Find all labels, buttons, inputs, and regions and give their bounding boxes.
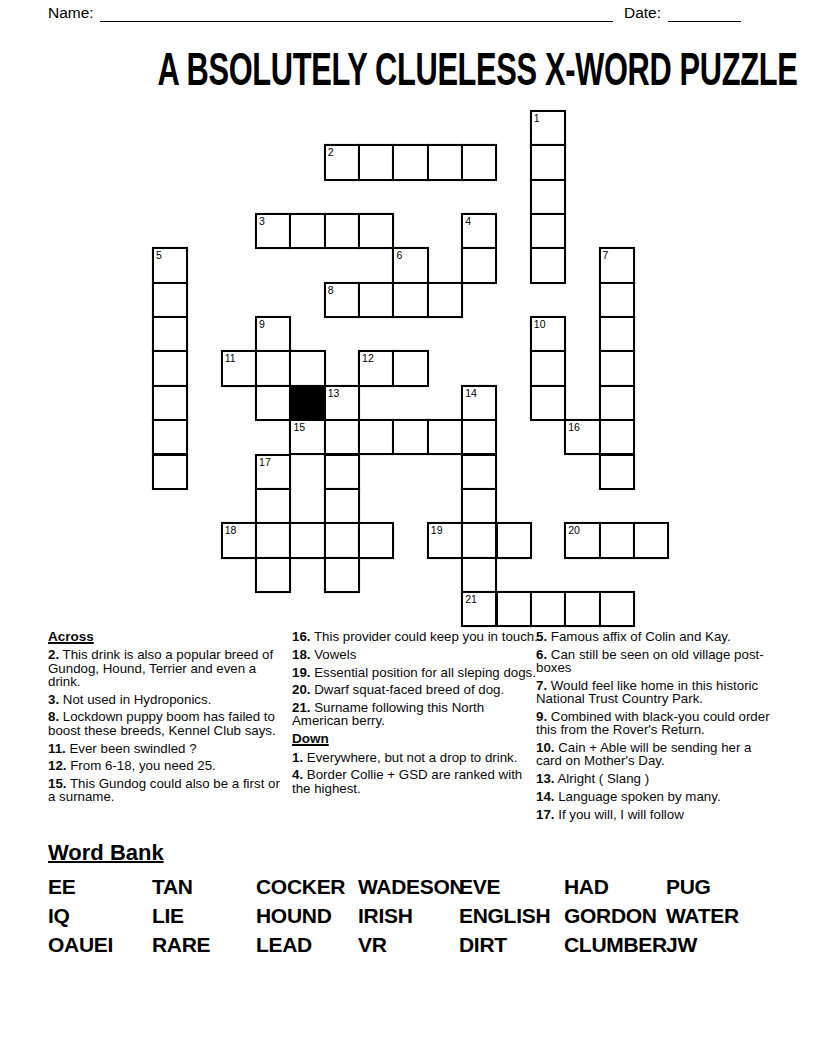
- date-blank-line[interactable]: [668, 4, 741, 22]
- cell-number-5: 5: [156, 249, 162, 261]
- grid-cell-r7c11[interactable]: [530, 350, 566, 386]
- word-bank-word-clumber: CLUMBER: [564, 931, 666, 959]
- clue-down-14: 14. Language spoken by many.: [536, 790, 780, 803]
- name-blank-line[interactable]: [100, 4, 613, 22]
- grid-cell-r3c11[interactable]: [530, 213, 566, 249]
- grid-cell-r3c6[interactable]: [358, 213, 394, 249]
- word-bank-word-iq: IQ: [48, 902, 152, 930]
- worksheet-page: Name: Date: A BSOLUTELY CLUELESS X-WORD …: [0, 0, 816, 1056]
- word-bank-word-lie: LIE: [152, 902, 256, 930]
- clue-across-16: 16. This provider could keep you in touc…: [292, 630, 538, 643]
- clue-number: 2.: [48, 647, 59, 662]
- grid-cell-r2c11[interactable]: [530, 179, 566, 215]
- grid-cell-r7c7[interactable]: [392, 350, 428, 386]
- grid-cell-r9c0[interactable]: [152, 419, 188, 455]
- grid-cell-r6c3[interactable]: 9: [255, 316, 291, 352]
- grid-cell-r12c12[interactable]: 20: [564, 522, 600, 558]
- word-bank-word-ee: EE: [48, 873, 152, 901]
- cell-number-14: 14: [465, 387, 477, 399]
- grid-cell-r7c4[interactable]: [289, 350, 325, 386]
- clue-across-15: 15. This Gundog could also be a first or…: [48, 777, 284, 804]
- word-bank-word-pug: PUG: [666, 873, 768, 901]
- grid-cell-r12c14[interactable]: [633, 522, 669, 558]
- grid-cell-r7c0[interactable]: [152, 350, 188, 386]
- grid-cell-r9c9[interactable]: [461, 419, 497, 455]
- clue-down-13: 13. Alright ( Slang ): [536, 772, 780, 785]
- clue-number: 1.: [292, 750, 303, 765]
- word-bank-word-wadeson: WADESON: [358, 873, 459, 901]
- clue-across-19: 19. Essential position for all sleping d…: [292, 666, 538, 679]
- grid-cell-r7c3[interactable]: [255, 350, 291, 386]
- word-bank-word-tan: TAN: [152, 873, 256, 901]
- grid-cell-r9c13[interactable]: [599, 419, 635, 455]
- clue-down-7: 7. Would feel like home in this historic…: [536, 679, 780, 706]
- grid-cell-r14c11[interactable]: [530, 591, 566, 627]
- word-bank-word-gordon: GORDON: [564, 902, 666, 930]
- clue-number: 14.: [536, 789, 555, 804]
- clue-down-5: 5. Famous affix of Colin and Kay.: [536, 630, 780, 643]
- grid-cell-r1c11[interactable]: [530, 144, 566, 180]
- grid-cell-r9c7[interactable]: [392, 419, 428, 455]
- cell-number-18: 18: [225, 524, 237, 536]
- grid-cell-r10c5[interactable]: [324, 454, 360, 490]
- clue-number: 4.: [292, 767, 303, 782]
- word-bank-word-english: ENGLISH: [459, 902, 564, 930]
- clue-number: 10.: [536, 740, 555, 755]
- grid-cell-r11c5[interactable]: [324, 488, 360, 524]
- clue-across-18: 18. Vowels: [292, 648, 538, 661]
- word-bank-word-cocker: COCKER: [256, 873, 358, 901]
- cell-number-11: 11: [225, 352, 236, 364]
- across-header: Across: [48, 630, 284, 643]
- grid-cell-r9c5[interactable]: [324, 419, 360, 455]
- grid-cell-r12c5[interactable]: [324, 522, 360, 558]
- clue-number: 20.: [292, 682, 311, 697]
- clue-down-4: 4. Border Collie + GSD are ranked with t…: [292, 768, 538, 795]
- grid-cell-r12c6[interactable]: [358, 522, 394, 558]
- grid-cell-r9c12[interactable]: 16: [564, 419, 600, 455]
- grid-cell-r7c2[interactable]: 11: [221, 350, 257, 386]
- grid-cell-r11c9[interactable]: [461, 488, 497, 524]
- clue-number: 13.: [536, 771, 555, 786]
- word-bank-word-jw: JW: [666, 931, 768, 959]
- word-bank-word-irish: IRISH: [358, 902, 459, 930]
- cell-number-3: 3: [259, 215, 265, 227]
- grid-cell-r4c0[interactable]: 5: [152, 247, 188, 283]
- grid-cell-r12c8[interactable]: 19: [427, 522, 463, 558]
- grid-cell-r8c13[interactable]: [599, 385, 635, 421]
- grid-cell-r0c11[interactable]: 1: [530, 110, 566, 146]
- grid-cell-r4c11[interactable]: [530, 247, 566, 283]
- clue-across-20: 20. Dwarf squat-faced breed of dog.: [292, 683, 538, 696]
- grid-cell-r8c9[interactable]: 14: [461, 385, 497, 421]
- grid-cell-r12c13[interactable]: [599, 522, 635, 558]
- word-bank-title: Word Bank: [48, 840, 768, 866]
- grid-cell-r3c5[interactable]: [324, 213, 360, 249]
- cell-number-12: 12: [362, 352, 374, 364]
- grid-cell-r7c13[interactable]: [599, 350, 635, 386]
- grid-cell-r1c8[interactable]: [427, 144, 463, 180]
- word-bank-word-had: HAD: [564, 873, 666, 901]
- clue-number: 6.: [536, 647, 547, 662]
- cell-number-19: 19: [431, 524, 443, 536]
- grid-cell-r12c3[interactable]: [255, 522, 291, 558]
- grid-cell-r6c0[interactable]: [152, 316, 188, 352]
- grid-cell-r5c5[interactable]: 8: [324, 282, 360, 318]
- grid-cell-r8c3[interactable]: [255, 385, 291, 421]
- grid-cell-r3c3[interactable]: 3: [255, 213, 291, 249]
- grid-cell-r8c11[interactable]: [530, 385, 566, 421]
- cell-number-6: 6: [396, 249, 402, 261]
- grid-cell-r13c9[interactable]: [461, 557, 497, 593]
- cell-number-17: 17: [259, 456, 271, 468]
- grid-cell-r12c2[interactable]: 18: [221, 522, 257, 558]
- cell-number-1: 1: [534, 112, 540, 124]
- word-bank-word-vr: VR: [358, 931, 459, 959]
- grid-cell-r9c4[interactable]: 15: [289, 419, 325, 455]
- grid-cell-r8c0[interactable]: [152, 385, 188, 421]
- grid-cell-r9c8[interactable]: [427, 419, 463, 455]
- down-header: Down: [292, 732, 538, 745]
- word-bank-word-hound: HOUND: [256, 902, 358, 930]
- word-bank-word-lead: LEAD: [256, 931, 358, 959]
- cell-number-16: 16: [568, 421, 580, 433]
- grid-cell-r10c0[interactable]: [152, 454, 188, 490]
- grid-cell-r3c4[interactable]: [289, 213, 325, 249]
- grid-cell-r1c9[interactable]: [461, 144, 497, 180]
- grid-cell-r11c3[interactable]: [255, 488, 291, 524]
- grid-cell-r12c4[interactable]: [289, 522, 325, 558]
- clue-number: 5.: [536, 629, 547, 644]
- grid-cell-r13c3[interactable]: [255, 557, 291, 593]
- grid-cell-r13c5[interactable]: [324, 557, 360, 593]
- clue-down-9: 9. Combined with black-you could order t…: [536, 710, 780, 737]
- grid-cell-r4c7[interactable]: 6: [392, 247, 428, 283]
- word-bank-word-dirt: DIRT: [459, 931, 564, 959]
- grid-cell-r3c9[interactable]: 4: [461, 213, 497, 249]
- cell-number-7: 7: [603, 249, 609, 261]
- grid-cell-r5c7[interactable]: [392, 282, 428, 318]
- clue-number: 8.: [48, 709, 59, 724]
- grid-cell-r5c0[interactable]: [152, 282, 188, 318]
- clue-across-11: 11. Ever been swindled ?: [48, 742, 284, 755]
- grid-cell-r1c5[interactable]: 2: [324, 144, 360, 180]
- clue-number: 21.: [292, 700, 311, 715]
- grid-cell-r1c6[interactable]: [358, 144, 394, 180]
- cell-number-2: 2: [328, 146, 334, 158]
- clue-column-1: Across2. This drink is also a popular br…: [48, 630, 284, 808]
- grid-cell-r9c6[interactable]: [358, 419, 394, 455]
- cell-number-15: 15: [293, 421, 305, 433]
- grid-cell-r14c9[interactable]: 21: [461, 591, 497, 627]
- grid-cell-r10c3[interactable]: 17: [255, 454, 291, 490]
- clue-number: 12.: [48, 758, 67, 773]
- crossword-grid: 123456789101112131415161718192021: [152, 110, 672, 630]
- clue-column-3: 5. Famous affix of Colin and Kay.6. Can …: [536, 630, 780, 826]
- grid-cell-r10c13[interactable]: [599, 454, 635, 490]
- cell-number-13: 13: [328, 387, 340, 399]
- cell-number-4: 4: [465, 215, 471, 227]
- clue-number: 16.: [292, 629, 311, 644]
- grid-cell-r14c13[interactable]: [599, 591, 635, 627]
- word-bank-word-eve: EVE: [459, 873, 564, 901]
- black-cell: [289, 385, 325, 421]
- clue-number: 18.: [292, 647, 311, 662]
- word-bank-word-rare: RARE: [152, 931, 256, 959]
- clue-across-3: 3. Not used in Hydroponics.: [48, 693, 284, 706]
- grid-cell-r1c7[interactable]: [392, 144, 428, 180]
- cell-number-10: 10: [534, 318, 546, 330]
- grid-cell-r5c13[interactable]: [599, 282, 635, 318]
- grid-cell-r4c13[interactable]: 7: [599, 247, 635, 283]
- clue-number: 15.: [48, 776, 67, 791]
- clue-column-2: 16. This provider could keep you in touc…: [292, 630, 538, 799]
- clue-down-10: 10. Cain + Able will be sending her a ca…: [536, 741, 780, 768]
- clue-down-6: 6. Can still be seen on old village post…: [536, 648, 780, 675]
- grid-cell-r6c13[interactable]: [599, 316, 635, 352]
- grid-cell-r5c6[interactable]: [358, 282, 394, 318]
- cell-number-20: 20: [568, 524, 580, 536]
- clue-number: 7.: [536, 678, 547, 693]
- date-label: Date:: [624, 4, 661, 22]
- grid-cell-r10c9[interactable]: [461, 454, 497, 490]
- cell-number-8: 8: [328, 284, 334, 296]
- grid-cell-r12c10[interactable]: [496, 522, 532, 558]
- grid-cell-r14c12[interactable]: [564, 591, 600, 627]
- grid-cell-r8c5[interactable]: 13: [324, 385, 360, 421]
- grid-cell-r7c6[interactable]: 12: [358, 350, 394, 386]
- clue-down-1: 1. Everywhere, but not a drop to drink.: [292, 751, 538, 764]
- cell-number-9: 9: [259, 318, 265, 330]
- name-label: Name:: [48, 4, 94, 22]
- grid-cell-r6c11[interactable]: 10: [530, 316, 566, 352]
- clue-number: 11.: [48, 741, 66, 756]
- puzzle-title: A BSOLUTELY CLUELESS X-WORD PUZZLE: [0, 42, 816, 96]
- clue-number: 3.: [48, 692, 59, 707]
- grid-cell-r12c9[interactable]: [461, 522, 497, 558]
- word-bank-grid: EETANCOCKERWADESONEVEHADPUGIQLIEHOUNDIRI…: [48, 873, 768, 959]
- clue-number: 19.: [292, 665, 311, 680]
- grid-cell-r5c8[interactable]: [427, 282, 463, 318]
- clue-across-21: 21. Surname following this North America…: [292, 701, 538, 728]
- clue-across-2: 2. This drink is also a popular breed of…: [48, 648, 284, 688]
- clue-across-12: 12. From 6-18, you need 25.: [48, 759, 284, 772]
- word-bank-word-water: WATER: [666, 902, 768, 930]
- grid-cell-r4c9[interactable]: [461, 247, 497, 283]
- word-bank-section: Word Bank EETANCOCKERWADESONEVEHADPUGIQL…: [48, 840, 768, 959]
- clue-across-8: 8. Lockdown puppy boom has failed to boo…: [48, 710, 284, 737]
- clue-number: 9.: [536, 709, 547, 724]
- cell-number-21: 21: [465, 593, 477, 605]
- clue-down-17: 17. If you will, I will follow: [536, 808, 780, 821]
- grid-cell-r14c10[interactable]: [496, 591, 532, 627]
- clue-number: 17.: [536, 807, 555, 822]
- word-bank-word-oauei: OAUEI: [48, 931, 152, 959]
